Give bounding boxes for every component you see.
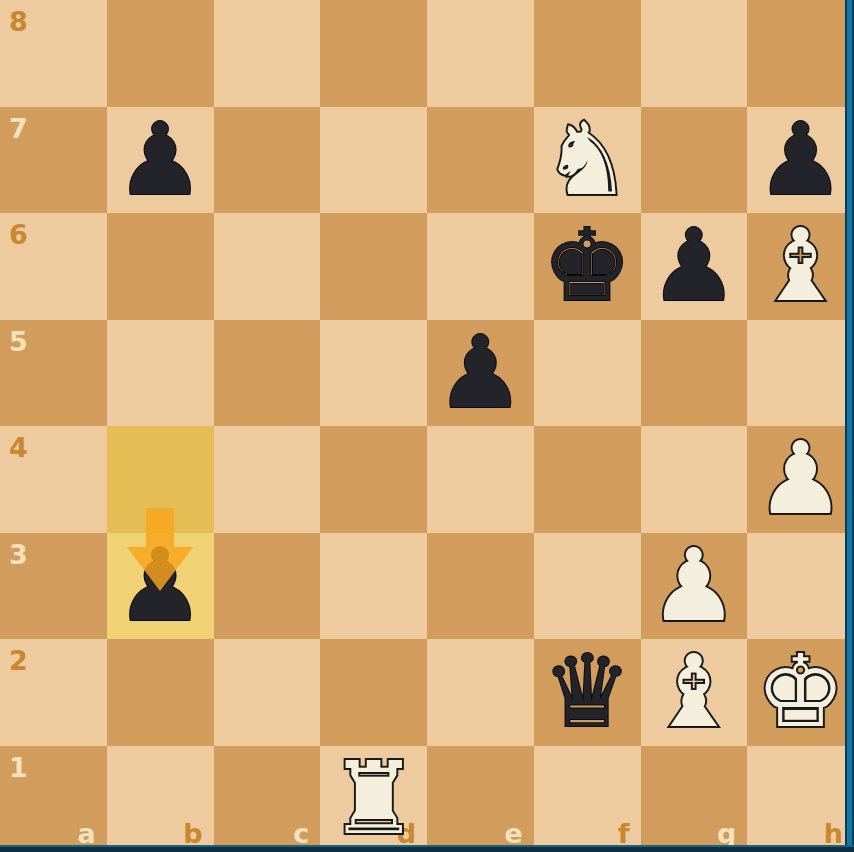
rank-label-7: 7 xyxy=(9,115,28,142)
square-c7[interactable] xyxy=(214,107,321,214)
square-c8[interactable] xyxy=(214,0,321,107)
square-c2[interactable] xyxy=(214,639,321,746)
piece-white-bishop-g2[interactable]: ♝ xyxy=(641,639,748,746)
square-g4[interactable] xyxy=(641,426,748,533)
square-b3[interactable]: ♟ xyxy=(107,533,214,640)
square-g3[interactable]: ♟ xyxy=(641,533,748,640)
square-h5[interactable] xyxy=(747,320,854,427)
square-h7[interactable]: ♟ xyxy=(747,107,854,214)
square-h6[interactable]: ♝ xyxy=(747,213,854,320)
square-f4[interactable] xyxy=(534,426,641,533)
square-a2[interactable]: 2 xyxy=(0,639,107,746)
piece-white-knight-f7[interactable]: ♞ xyxy=(534,107,641,214)
file-label-g: g xyxy=(717,820,736,847)
square-d7[interactable] xyxy=(320,107,427,214)
square-d5[interactable] xyxy=(320,320,427,427)
square-d6[interactable] xyxy=(320,213,427,320)
square-f3[interactable] xyxy=(534,533,641,640)
window-bottom-edge-strip xyxy=(0,845,854,852)
square-f1[interactable]: f xyxy=(534,746,641,852)
square-a4[interactable]: 4 xyxy=(0,426,107,533)
window-right-edge-strip xyxy=(845,0,854,852)
piece-black-pawn-h7[interactable]: ♟ xyxy=(747,107,854,214)
piece-white-pawn-h4[interactable]: ♟ xyxy=(747,426,854,533)
square-c4[interactable] xyxy=(214,426,321,533)
rank-label-3: 3 xyxy=(9,541,28,568)
piece-black-pawn-b3[interactable]: ♟ xyxy=(107,533,214,640)
square-g2[interactable]: ♝ xyxy=(641,639,748,746)
piece-white-bishop-h6[interactable]: ♝ xyxy=(747,213,854,320)
square-b4[interactable] xyxy=(107,426,214,533)
square-d2[interactable] xyxy=(320,639,427,746)
square-h2[interactable]: ♚ xyxy=(747,639,854,746)
square-a1[interactable]: 1a xyxy=(0,746,107,852)
square-a3[interactable]: 3 xyxy=(0,533,107,640)
square-g6[interactable]: ♟ xyxy=(641,213,748,320)
piece-black-pawn-e5[interactable]: ♟ xyxy=(427,320,534,427)
file-label-e: e xyxy=(504,820,522,847)
square-b5[interactable] xyxy=(107,320,214,427)
square-f6[interactable]: ♚ xyxy=(534,213,641,320)
square-c5[interactable] xyxy=(214,320,321,427)
square-f2[interactable]: ♛ xyxy=(534,639,641,746)
square-c6[interactable] xyxy=(214,213,321,320)
square-e7[interactable] xyxy=(427,107,534,214)
file-label-h: h xyxy=(824,820,843,847)
square-h4[interactable]: ♟ xyxy=(747,426,854,533)
square-a7[interactable]: 7 xyxy=(0,107,107,214)
square-e1[interactable]: e xyxy=(427,746,534,852)
square-e8[interactable] xyxy=(427,0,534,107)
rank-label-2: 2 xyxy=(9,647,28,674)
square-b7[interactable]: ♟ xyxy=(107,107,214,214)
piece-black-pawn-b7[interactable]: ♟ xyxy=(107,107,214,214)
piece-white-rook-d1[interactable]: ♜ xyxy=(320,746,427,852)
square-e6[interactable] xyxy=(427,213,534,320)
rank-label-1: 1 xyxy=(9,754,28,781)
square-g7[interactable] xyxy=(641,107,748,214)
square-h3[interactable] xyxy=(747,533,854,640)
rank-label-8: 8 xyxy=(9,8,28,35)
file-label-c: c xyxy=(293,820,309,847)
square-c1[interactable]: c xyxy=(214,746,321,852)
square-b8[interactable] xyxy=(107,0,214,107)
square-a5[interactable]: 5 xyxy=(0,320,107,427)
square-b1[interactable]: b xyxy=(107,746,214,852)
square-a8[interactable]: 8 xyxy=(0,0,107,107)
square-e4[interactable] xyxy=(427,426,534,533)
file-label-a: a xyxy=(78,820,96,847)
square-g5[interactable] xyxy=(641,320,748,427)
piece-black-king-f6[interactable]: ♚ xyxy=(534,213,641,320)
file-label-b: b xyxy=(183,820,202,847)
square-g8[interactable] xyxy=(641,0,748,107)
square-f5[interactable] xyxy=(534,320,641,427)
piece-black-queen-f2[interactable]: ♛ xyxy=(534,639,641,746)
chess-app-window: 87♟♞♟6♚♟♝5♟4♟3♟♟2♛♝♚1abcd♜efgh xyxy=(0,0,854,852)
piece-black-pawn-g6[interactable]: ♟ xyxy=(641,213,748,320)
square-a6[interactable]: 6 xyxy=(0,213,107,320)
square-e3[interactable] xyxy=(427,533,534,640)
file-label-f: f xyxy=(618,820,630,847)
rank-label-6: 6 xyxy=(9,221,28,248)
square-d3[interactable] xyxy=(320,533,427,640)
square-f8[interactable] xyxy=(534,0,641,107)
square-d8[interactable] xyxy=(320,0,427,107)
piece-white-king-h2[interactable]: ♚ xyxy=(747,639,854,746)
square-c3[interactable] xyxy=(214,533,321,640)
square-h8[interactable] xyxy=(747,0,854,107)
square-h1[interactable]: h xyxy=(747,746,854,852)
rank-label-5: 5 xyxy=(9,328,28,355)
square-f7[interactable]: ♞ xyxy=(534,107,641,214)
piece-white-pawn-g3[interactable]: ♟ xyxy=(641,533,748,640)
chess-board: 87♟♞♟6♚♟♝5♟4♟3♟♟2♛♝♚1abcd♜efgh xyxy=(0,0,854,852)
square-b6[interactable] xyxy=(107,213,214,320)
square-e5[interactable]: ♟ xyxy=(427,320,534,427)
square-d4[interactable] xyxy=(320,426,427,533)
rank-label-4: 4 xyxy=(9,434,28,461)
square-b2[interactable] xyxy=(107,639,214,746)
square-e2[interactable] xyxy=(427,639,534,746)
square-d1[interactable]: d♜ xyxy=(320,746,427,852)
square-g1[interactable]: g xyxy=(641,746,748,852)
